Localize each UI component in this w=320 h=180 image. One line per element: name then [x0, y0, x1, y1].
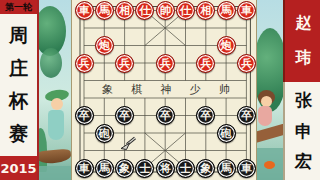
- piece-black-車-c9r10[interactable]: 車: [237, 159, 256, 178]
- left-panel: 第一轮 周 庄 杯 赛 2015: [0, 0, 39, 180]
- piece-red-兵-c9r4[interactable]: 兵: [237, 54, 256, 73]
- piece-black-馬-c2r10[interactable]: 馬: [95, 159, 114, 178]
- river-char-3: 神: [161, 82, 172, 97]
- scenery-girl-right-body: [258, 106, 272, 126]
- scenery-fish-icon: [264, 161, 275, 169]
- river-char-1: 象: [102, 82, 113, 97]
- piece-black-士-c6r10[interactable]: 士: [176, 159, 195, 178]
- piece-red-兵-c5r4[interactable]: 兵: [156, 54, 175, 73]
- scenery-boat-left: [36, 149, 71, 165]
- black-player-char-1: 张: [295, 89, 312, 112]
- piece-black-象-c3r10[interactable]: 象: [115, 159, 134, 178]
- piece-black-馬-c8r10[interactable]: 馬: [217, 159, 236, 178]
- piece-black-卒-c1r7[interactable]: 卒: [75, 106, 94, 125]
- river-char-5: 帅: [219, 82, 230, 97]
- river-char-2: 棋: [131, 82, 142, 97]
- event-char-1: 周: [9, 23, 28, 49]
- piece-black-砲-c2r8[interactable]: 砲: [95, 124, 114, 143]
- scenery-water-left: [36, 166, 72, 180]
- river-char-4: 少: [190, 82, 201, 97]
- piece-black-砲-c8r8[interactable]: 砲: [217, 124, 236, 143]
- piece-red-帥-c5r1[interactable]: 帥: [156, 1, 175, 20]
- red-player-char-2: 玮: [296, 48, 312, 69]
- round-banner: 第一轮: [0, 0, 37, 14]
- mouse-cursor-icon: [120, 135, 138, 151]
- xiangqi-board[interactable]: 象棋神少帅 車馬相仕帥仕相馬車炮炮兵兵兵兵兵卒卒卒卒卒砲砲車馬象士将士象馬車: [71, 0, 257, 180]
- river-watermark: 象棋神少帅: [102, 81, 230, 97]
- piece-black-象-c7r10[interactable]: 象: [196, 159, 215, 178]
- piece-red-車-c1r1[interactable]: 車: [75, 1, 94, 20]
- piece-red-仕-c6r1[interactable]: 仕: [176, 1, 195, 20]
- piece-black-士-c4r10[interactable]: 士: [135, 159, 154, 178]
- scenery-girl-left-body: [48, 110, 64, 140]
- event-char-3: 杯: [9, 88, 28, 114]
- event-title: 周 庄 杯 赛: [0, 16, 37, 154]
- piece-black-将-c5r10[interactable]: 将: [156, 159, 175, 178]
- piece-black-卒-c3r7[interactable]: 卒: [115, 106, 134, 125]
- piece-black-車-c1r10[interactable]: 車: [75, 159, 94, 178]
- piece-red-相-c3r1[interactable]: 相: [115, 1, 134, 20]
- black-player-name: 张 申 宏: [283, 82, 320, 180]
- year-banner: 2015: [0, 156, 37, 180]
- piece-red-馬-c8r1[interactable]: 馬: [217, 1, 236, 20]
- event-char-2: 庄: [9, 56, 28, 82]
- piece-red-兵-c3r4[interactable]: 兵: [115, 54, 134, 73]
- piece-black-卒-c9r7[interactable]: 卒: [237, 106, 256, 125]
- piece-red-炮-c8r3[interactable]: 炮: [217, 36, 236, 55]
- piece-black-卒-c5r7[interactable]: 卒: [156, 106, 175, 125]
- video-thumbnail: 第一轮 周 庄 杯 赛 2015 象棋神少帅 車馬相仕帥仕相馬車炮炮兵兵兵兵兵卒…: [0, 0, 320, 180]
- red-player-name: 赵 玮: [283, 0, 320, 82]
- scenery-girl-left-head: [51, 98, 63, 110]
- black-player-char-2: 申: [295, 120, 312, 143]
- scenery-tree-left: [40, 48, 62, 78]
- piece-red-炮-c2r3[interactable]: 炮: [95, 36, 114, 55]
- piece-red-馬-c2r1[interactable]: 馬: [95, 1, 114, 20]
- piece-red-兵-c1r4[interactable]: 兵: [75, 54, 94, 73]
- piece-red-兵-c7r4[interactable]: 兵: [196, 54, 215, 73]
- event-char-4: 赛: [9, 121, 28, 147]
- red-player-char-1: 赵: [296, 13, 312, 34]
- piece-red-車-c9r1[interactable]: 車: [237, 1, 256, 20]
- black-player-char-3: 宏: [295, 150, 312, 173]
